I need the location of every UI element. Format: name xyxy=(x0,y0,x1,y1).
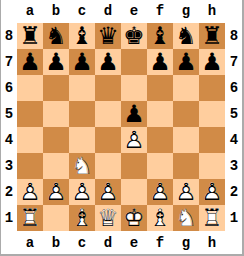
chess-diagram: abcdefgh 87654321 87654321 abcdefgh ♜♞♝♛… xyxy=(0,0,244,256)
square-b6[interactable] xyxy=(43,75,69,101)
square-a3[interactable] xyxy=(17,153,43,179)
square-h5[interactable] xyxy=(199,101,225,127)
square-b8[interactable]: ♞ xyxy=(43,23,69,49)
file-label-b: b xyxy=(43,231,69,256)
file-label-h: h xyxy=(199,0,225,23)
black-pawn-h7[interactable]: ♟ xyxy=(199,49,225,75)
square-b3[interactable] xyxy=(43,153,69,179)
square-b7[interactable]: ♟ xyxy=(43,49,69,75)
rank-label-6: 6 xyxy=(225,75,243,101)
white-bishop-f1[interactable]: ♝♗ xyxy=(147,205,173,231)
rank-label-8: 8 xyxy=(225,23,243,49)
piece-glyph: ♟ xyxy=(17,49,43,75)
rank-label-3: 3 xyxy=(225,153,243,179)
rank-label-8: 8 xyxy=(1,23,17,49)
file-label-c: c xyxy=(69,0,95,23)
square-e6[interactable] xyxy=(121,75,147,101)
white-pawn-e4[interactable]: ♟♙ xyxy=(121,127,147,153)
square-g2[interactable]: ♟♙ xyxy=(173,179,199,205)
piece-glyph: ♟ xyxy=(95,49,121,75)
square-f5[interactable] xyxy=(147,101,173,127)
rank-label-5: 5 xyxy=(225,101,243,127)
square-b4[interactable] xyxy=(43,127,69,153)
white-knight-g1[interactable]: ♞♘ xyxy=(173,205,199,231)
piece-glyph: ♜ xyxy=(199,23,225,49)
piece-glyph: ♟ xyxy=(173,49,199,75)
file-label-g: g xyxy=(173,231,199,256)
square-e8[interactable]: ♚ xyxy=(121,23,147,49)
square-a1[interactable]: ♜♖ xyxy=(17,205,43,231)
white-pawn-h2[interactable]: ♟♙ xyxy=(199,179,225,205)
rank-label-5: 5 xyxy=(1,101,17,127)
black-knight-b8[interactable]: ♞ xyxy=(43,23,69,49)
white-pawn-d2[interactable]: ♟♙ xyxy=(95,179,121,205)
square-f8[interactable]: ♝ xyxy=(147,23,173,49)
file-labels-bottom: abcdefgh xyxy=(17,231,225,256)
piece-outline-glyph: ♘ xyxy=(173,205,199,231)
piece-outline-glyph: ♕ xyxy=(95,205,121,231)
square-a2[interactable]: ♟♙ xyxy=(17,179,43,205)
file-labels-top: abcdefgh xyxy=(17,0,225,23)
black-king-e8[interactable]: ♚ xyxy=(121,23,147,49)
square-c7[interactable]: ♟ xyxy=(69,49,95,75)
square-b2[interactable]: ♟♙ xyxy=(43,179,69,205)
square-d3[interactable] xyxy=(95,153,121,179)
square-e3[interactable] xyxy=(121,153,147,179)
black-knight-g8[interactable]: ♞ xyxy=(173,23,199,49)
black-pawn-a7[interactable]: ♟ xyxy=(17,49,43,75)
rank-label-7: 7 xyxy=(1,49,17,75)
white-pawn-f2[interactable]: ♟♙ xyxy=(147,179,173,205)
black-pawn-g7[interactable]: ♟ xyxy=(173,49,199,75)
white-rook-a1[interactable]: ♜♖ xyxy=(17,205,43,231)
white-queen-d1[interactable]: ♛♕ xyxy=(95,205,121,231)
square-f1[interactable]: ♝♗ xyxy=(147,205,173,231)
rank-label-2: 2 xyxy=(225,179,243,205)
square-g1[interactable]: ♞♘ xyxy=(173,205,199,231)
square-c3[interactable]: ♞♘ xyxy=(69,153,95,179)
piece-glyph: ♟ xyxy=(69,49,95,75)
rank-label-2: 2 xyxy=(1,179,17,205)
file-label-a: a xyxy=(17,231,43,256)
file-label-f: f xyxy=(147,231,173,256)
white-pawn-g2[interactable]: ♟♙ xyxy=(173,179,199,205)
rank-label-4: 4 xyxy=(1,127,17,153)
square-c2[interactable]: ♟♙ xyxy=(69,179,95,205)
piece-outline-glyph: ♙ xyxy=(173,179,199,205)
square-f6[interactable] xyxy=(147,75,173,101)
file-label-b: b xyxy=(43,0,69,23)
square-f2[interactable]: ♟♙ xyxy=(147,179,173,205)
piece-glyph: ♝ xyxy=(147,23,173,49)
piece-outline-glyph: ♔ xyxy=(121,205,147,231)
square-d8[interactable]: ♛ xyxy=(95,23,121,49)
square-c8[interactable]: ♝ xyxy=(69,23,95,49)
black-pawn-f7[interactable]: ♟ xyxy=(147,49,173,75)
black-queen-d8[interactable]: ♛ xyxy=(95,23,121,49)
white-rook-h1[interactable]: ♜♖ xyxy=(199,205,225,231)
black-pawn-e5[interactable]: ♟ xyxy=(121,101,147,127)
piece-outline-glyph: ♖ xyxy=(199,205,225,231)
square-e1[interactable]: ♚♔ xyxy=(121,205,147,231)
piece-glyph: ♞ xyxy=(43,23,69,49)
square-g7[interactable]: ♟ xyxy=(173,49,199,75)
rank-labels-left: 87654321 xyxy=(1,23,17,231)
square-g6[interactable] xyxy=(173,75,199,101)
piece-outline-glyph: ♙ xyxy=(95,179,121,205)
square-d6[interactable] xyxy=(95,75,121,101)
square-e7[interactable] xyxy=(121,49,147,75)
piece-outline-glyph: ♗ xyxy=(147,205,173,231)
square-e2[interactable] xyxy=(121,179,147,205)
square-h7[interactable]: ♟ xyxy=(199,49,225,75)
square-h4[interactable] xyxy=(199,127,225,153)
square-h6[interactable] xyxy=(199,75,225,101)
piece-outline-glyph: ♙ xyxy=(17,179,43,205)
square-d4[interactable] xyxy=(95,127,121,153)
square-a5[interactable] xyxy=(17,101,43,127)
chess-board: ♜♞♝♛♚♝♞♜♟♟♟♟♟♟♟♟♟♙♞♘♟♙♟♙♟♙♟♙♟♙♟♙♟♙♜♖♝♗♛♕… xyxy=(17,23,225,231)
piece-outline-glyph: ♘ xyxy=(69,153,95,179)
square-d5[interactable] xyxy=(95,101,121,127)
file-label-a: a xyxy=(17,0,43,23)
square-d7[interactable]: ♟ xyxy=(95,49,121,75)
piece-glyph: ♛ xyxy=(95,23,121,49)
square-g4[interactable] xyxy=(173,127,199,153)
square-e5[interactable]: ♟ xyxy=(121,101,147,127)
square-d1[interactable]: ♛♕ xyxy=(95,205,121,231)
piece-glyph: ♜ xyxy=(17,23,43,49)
rank-labels-right: 87654321 xyxy=(225,23,243,231)
piece-glyph: ♟ xyxy=(147,49,173,75)
square-a8[interactable]: ♜ xyxy=(17,23,43,49)
white-knight-c3[interactable]: ♞♘ xyxy=(69,153,95,179)
square-f3[interactable] xyxy=(147,153,173,179)
square-d2[interactable]: ♟♙ xyxy=(95,179,121,205)
piece-glyph: ♝ xyxy=(69,23,95,49)
square-c6[interactable] xyxy=(69,75,95,101)
black-pawn-b7[interactable]: ♟ xyxy=(43,49,69,75)
black-rook-a8[interactable]: ♜ xyxy=(17,23,43,49)
file-label-e: e xyxy=(121,0,147,23)
square-c5[interactable] xyxy=(69,101,95,127)
file-label-g: g xyxy=(173,0,199,23)
piece-outline-glyph: ♙ xyxy=(199,179,225,205)
piece-outline-glyph: ♙ xyxy=(43,179,69,205)
rank-label-7: 7 xyxy=(225,49,243,75)
rank-label-1: 1 xyxy=(225,205,243,231)
square-h1[interactable]: ♜♖ xyxy=(199,205,225,231)
black-bishop-c8[interactable]: ♝ xyxy=(69,23,95,49)
square-a7[interactable]: ♟ xyxy=(17,49,43,75)
file-label-h: h xyxy=(199,231,225,256)
piece-outline-glyph: ♗ xyxy=(69,205,95,231)
file-label-f: f xyxy=(147,0,173,23)
rank-label-4: 4 xyxy=(225,127,243,153)
piece-glyph: ♟ xyxy=(199,49,225,75)
square-f4[interactable] xyxy=(147,127,173,153)
square-b1[interactable] xyxy=(43,205,69,231)
black-rook-h8[interactable]: ♜ xyxy=(199,23,225,49)
piece-glyph: ♟ xyxy=(121,101,147,127)
piece-outline-glyph: ♙ xyxy=(147,179,173,205)
white-king-e1[interactable]: ♚♔ xyxy=(121,205,147,231)
rank-label-3: 3 xyxy=(1,153,17,179)
piece-outline-glyph: ♖ xyxy=(17,205,43,231)
file-label-d: d xyxy=(95,0,121,23)
piece-glyph: ♚ xyxy=(121,23,147,49)
square-c4[interactable] xyxy=(69,127,95,153)
piece-outline-glyph: ♙ xyxy=(121,127,147,153)
square-b5[interactable] xyxy=(43,101,69,127)
rank-label-1: 1 xyxy=(1,205,17,231)
file-label-e: e xyxy=(121,231,147,256)
piece-glyph: ♞ xyxy=(173,23,199,49)
rank-label-6: 6 xyxy=(1,75,17,101)
square-h3[interactable] xyxy=(199,153,225,179)
white-pawn-c2[interactable]: ♟♙ xyxy=(69,179,95,205)
square-f7[interactable]: ♟ xyxy=(147,49,173,75)
square-c1[interactable]: ♝♗ xyxy=(69,205,95,231)
square-a4[interactable] xyxy=(17,127,43,153)
file-label-d: d xyxy=(95,231,121,256)
square-a6[interactable] xyxy=(17,75,43,101)
square-g8[interactable]: ♞ xyxy=(173,23,199,49)
square-h2[interactable]: ♟♙ xyxy=(199,179,225,205)
square-g3[interactable] xyxy=(173,153,199,179)
white-pawn-a2[interactable]: ♟♙ xyxy=(17,179,43,205)
square-h8[interactable]: ♜ xyxy=(199,23,225,49)
piece-outline-glyph: ♙ xyxy=(69,179,95,205)
black-pawn-d7[interactable]: ♟ xyxy=(95,49,121,75)
square-g5[interactable] xyxy=(173,101,199,127)
white-pawn-b2[interactable]: ♟♙ xyxy=(43,179,69,205)
square-e4[interactable]: ♟♙ xyxy=(121,127,147,153)
file-label-c: c xyxy=(69,231,95,256)
black-bishop-f8[interactable]: ♝ xyxy=(147,23,173,49)
white-bishop-c1[interactable]: ♝♗ xyxy=(69,205,95,231)
black-pawn-c7[interactable]: ♟ xyxy=(69,49,95,75)
piece-glyph: ♟ xyxy=(43,49,69,75)
